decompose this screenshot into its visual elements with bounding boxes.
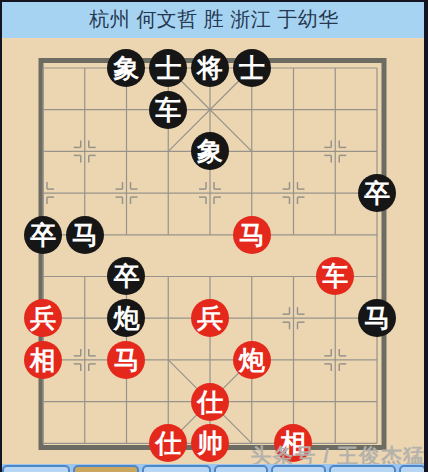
piece-glyph: 卒: [30, 222, 56, 248]
piece-glyph: 马: [113, 347, 139, 373]
screen-edge-left: [0, 0, 2, 472]
screenshot-page: 杭州 何文哲 胜 浙江 于幼华 象士将士车象卒卒马马卒车兵炮兵马相马炮仕仕帅相 …: [0, 0, 428, 472]
piece-glyph: 象: [113, 55, 139, 81]
piece-glyph: 卒: [364, 180, 390, 206]
piece-glyph: 仕: [197, 389, 223, 415]
toolbar-button-2[interactable]: [73, 465, 139, 472]
piece-glyph: 士: [239, 55, 265, 81]
piece-glyph: 将: [197, 55, 223, 81]
piece-glyph: 仕: [155, 430, 181, 456]
piece-black-soldier[interactable]: 卒: [107, 257, 145, 295]
piece-black-soldier[interactable]: 卒: [24, 216, 62, 254]
piece-red-soldier[interactable]: 兵: [24, 299, 62, 337]
toolbar-button-1[interactable]: [2, 465, 70, 472]
piece-black-cannon[interactable]: 炮: [107, 299, 145, 337]
piece-glyph: 兵: [197, 305, 223, 331]
piece-red-cannon[interactable]: 炮: [233, 341, 271, 379]
toolbar-button-3[interactable]: [142, 465, 211, 472]
piece-red-chariot[interactable]: 车: [316, 257, 354, 295]
piece-glyph: 马: [364, 305, 390, 331]
piece-red-soldier[interactable]: 兵: [191, 299, 229, 337]
piece-red-advisor[interactable]: 仕: [191, 383, 229, 421]
piece-glyph: 车: [155, 97, 181, 123]
screen-edge-right: [424, 0, 428, 472]
piece-glyph: 帅: [197, 430, 223, 456]
piece-glyph: 马: [72, 222, 98, 248]
piece-glyph: 士: [155, 55, 181, 81]
piece-black-soldier[interactable]: 卒: [358, 174, 396, 212]
piece-black-elephant[interactable]: 象: [191, 132, 229, 170]
piece-red-elephant[interactable]: 相: [24, 341, 62, 379]
piece-red-general[interactable]: 帅: [191, 424, 229, 462]
piece-red-horse[interactable]: 马: [107, 341, 145, 379]
piece-black-advisor[interactable]: 士: [149, 49, 187, 87]
piece-glyph: 车: [322, 263, 348, 289]
piece-glyph: 炮: [239, 347, 265, 373]
piece-glyph: 兵: [30, 305, 56, 331]
screen-edge-top: [0, 0, 428, 2]
piece-black-advisor[interactable]: 士: [233, 49, 271, 87]
piece-red-advisor[interactable]: 仕: [149, 424, 187, 462]
piece-glyph: 马: [239, 222, 265, 248]
toolbar-button-7[interactable]: [399, 465, 426, 472]
board-grid: 象士将士车象卒卒马马卒车兵炮兵马相马炮仕仕帅相: [22, 47, 398, 464]
piece-glyph: 相: [30, 347, 56, 373]
piece-black-general[interactable]: 将: [191, 49, 229, 87]
toolbar-button-4[interactable]: [214, 465, 268, 472]
toolbar-button-5[interactable]: [271, 465, 326, 472]
piece-black-chariot[interactable]: 车: [149, 91, 187, 129]
piece-black-horse[interactable]: 马: [66, 216, 104, 254]
piece-black-elephant[interactable]: 象: [107, 49, 145, 87]
piece-glyph: 卒: [113, 263, 139, 289]
toolbar-button-6[interactable]: [329, 465, 396, 472]
piece-black-horse[interactable]: 马: [358, 299, 396, 337]
piece-red-horse[interactable]: 马: [233, 216, 271, 254]
bottom-button-strip: [0, 464, 428, 472]
piece-glyph: 象: [197, 138, 223, 164]
piece-glyph: 炮: [113, 305, 139, 331]
